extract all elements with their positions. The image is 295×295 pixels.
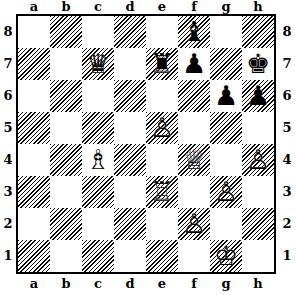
file-label-h: h [242,277,274,291]
square-h1[interactable] [242,240,274,272]
square-a2[interactable] [18,208,50,240]
white-queen-f4[interactable]: ♕ [178,144,210,176]
square-d8[interactable] [114,16,146,48]
square-f3[interactable] [178,176,210,208]
file-label-b: b [50,0,82,14]
square-c4[interactable]: ♗ [82,144,114,176]
square-b8[interactable] [50,16,82,48]
square-d7[interactable] [114,48,146,80]
square-d4[interactable] [114,144,146,176]
square-h7[interactable]: ♚ [242,48,274,80]
rank-label-5: 5 [1,112,15,144]
square-b6[interactable] [50,80,82,112]
square-d6[interactable] [114,80,146,112]
rank-label-3: 3 [280,176,294,208]
square-d5[interactable] [114,112,146,144]
black-king-h7[interactable]: ♚ [242,48,274,80]
square-g6[interactable]: ♟ [210,80,242,112]
chess-board: ♝♛♜♟♚♟♟♙♗♕♙♖♙♙♔ [16,14,276,274]
square-h3[interactable] [242,176,274,208]
rank-label-4: 4 [1,144,15,176]
square-h4[interactable]: ♙ [242,144,274,176]
rank-labels-right: 87654321 [280,16,294,272]
square-d3[interactable] [114,176,146,208]
square-e4[interactable] [146,144,178,176]
file-label-c: c [82,277,114,291]
rank-label-3: 3 [1,176,15,208]
black-bishop-f8[interactable]: ♝ [178,16,210,48]
rank-label-8: 8 [280,16,294,48]
square-b1[interactable] [50,240,82,272]
rank-label-2: 2 [280,208,294,240]
white-pawn-e5[interactable]: ♙ [146,112,178,144]
square-a5[interactable] [18,112,50,144]
file-label-b: b [50,277,82,291]
file-label-g: g [210,0,242,14]
square-c6[interactable] [82,80,114,112]
square-b5[interactable] [50,112,82,144]
square-f1[interactable] [178,240,210,272]
square-b2[interactable] [50,208,82,240]
square-g8[interactable] [210,16,242,48]
file-label-g: g [210,277,242,291]
square-h8[interactable] [242,16,274,48]
file-label-d: d [114,0,146,14]
file-label-a: a [18,0,50,14]
square-e5[interactable]: ♙ [146,112,178,144]
rank-label-2: 2 [1,208,15,240]
square-c8[interactable] [82,16,114,48]
rank-label-7: 7 [1,48,15,80]
rank-label-1: 1 [1,240,15,272]
square-f8[interactable]: ♝ [178,16,210,48]
square-a7[interactable] [18,48,50,80]
square-a8[interactable] [18,16,50,48]
square-g2[interactable] [210,208,242,240]
square-a4[interactable] [18,144,50,176]
square-g4[interactable] [210,144,242,176]
rank-labels-left: 87654321 [1,16,15,272]
square-c2[interactable] [82,208,114,240]
black-rook-e7[interactable]: ♜ [146,48,178,80]
black-pawn-f7[interactable]: ♟ [178,48,210,80]
square-d1[interactable] [114,240,146,272]
square-e8[interactable] [146,16,178,48]
black-pawn-g6[interactable]: ♟ [210,80,242,112]
file-labels-bottom: abcdefgh [18,277,274,291]
square-g7[interactable] [210,48,242,80]
square-a6[interactable] [18,80,50,112]
file-label-e: e [146,0,178,14]
rank-label-6: 6 [280,80,294,112]
file-label-f: f [178,0,210,14]
square-e7[interactable]: ♜ [146,48,178,80]
square-b7[interactable] [50,48,82,80]
square-a1[interactable] [18,240,50,272]
white-bishop-c4[interactable]: ♗ [82,144,114,176]
square-f5[interactable] [178,112,210,144]
square-f7[interactable]: ♟ [178,48,210,80]
rank-label-6: 6 [1,80,15,112]
square-e1[interactable] [146,240,178,272]
rank-label-4: 4 [280,144,294,176]
square-c7[interactable]: ♛ [82,48,114,80]
square-g3[interactable]: ♙ [210,176,242,208]
file-label-d: d [114,277,146,291]
file-labels-top: abcdefgh [18,0,274,14]
chess-diagram: abcdefgh 87654321 ♝♛♜♟♚♟♟♙♗♕♙♖♙♙♔ 876543… [0,0,295,295]
rank-label-8: 8 [1,16,15,48]
square-e6[interactable] [146,80,178,112]
square-e3[interactable]: ♖ [146,176,178,208]
white-pawn-g3[interactable]: ♙ [210,176,242,208]
rank-label-7: 7 [280,48,294,80]
square-f4[interactable]: ♕ [178,144,210,176]
square-b3[interactable] [50,176,82,208]
square-h2[interactable] [242,208,274,240]
square-e2[interactable] [146,208,178,240]
black-queen-c7[interactable]: ♛ [82,48,114,80]
file-label-f: f [178,277,210,291]
black-pawn-h6[interactable]: ♟ [242,80,274,112]
rank-label-1: 1 [280,240,294,272]
file-label-e: e [146,277,178,291]
square-g5[interactable] [210,112,242,144]
white-rook-e3[interactable]: ♖ [146,176,178,208]
square-c1[interactable] [82,240,114,272]
white-pawn-f2[interactable]: ♙ [178,208,210,240]
white-pawn-h4[interactable]: ♙ [242,144,274,176]
square-h6[interactable]: ♟ [242,80,274,112]
square-c5[interactable] [82,112,114,144]
square-g1[interactable]: ♔ [210,240,242,272]
square-f2[interactable]: ♙ [178,208,210,240]
file-label-a: a [18,277,50,291]
square-b4[interactable] [50,144,82,176]
square-a3[interactable] [18,176,50,208]
square-d2[interactable] [114,208,146,240]
square-f6[interactable] [178,80,210,112]
square-c3[interactable] [82,176,114,208]
file-label-c: c [82,0,114,14]
file-label-h: h [242,0,274,14]
square-h5[interactable] [242,112,274,144]
rank-label-5: 5 [280,112,294,144]
white-king-g1[interactable]: ♔ [210,240,242,272]
